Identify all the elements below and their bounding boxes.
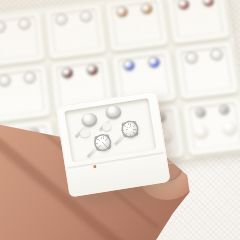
tray-box-r1c1 bbox=[0, 10, 45, 67]
silver-stud-earring bbox=[196, 108, 205, 117]
blue-stud-earring bbox=[124, 61, 135, 71]
tray-box-r2c4 bbox=[173, 41, 239, 99]
pearl-stud-earring bbox=[222, 121, 237, 135]
clear-stud-earring bbox=[25, 73, 36, 83]
tray-box-r1c3 bbox=[105, 0, 169, 52]
clear-stud-earring bbox=[186, 53, 197, 63]
pearl-stud-earring bbox=[193, 124, 208, 138]
clear-stud-earring bbox=[211, 50, 222, 60]
tray-box-r2c1 bbox=[0, 64, 51, 123]
garnet-stud-earring bbox=[87, 65, 98, 75]
tray-box-r3c4 bbox=[181, 96, 240, 156]
dirt-speck bbox=[93, 165, 96, 168]
clear-stud-earring bbox=[0, 76, 10, 86]
tray-box-r1c2 bbox=[44, 3, 107, 60]
clear-stud-earring bbox=[56, 15, 66, 25]
tray-box-r1c4 bbox=[166, 0, 231, 45]
photo-canvas bbox=[0, 0, 240, 240]
amber-stud-earring bbox=[142, 4, 153, 14]
silver-stud-earring bbox=[219, 105, 228, 114]
held-earring-box bbox=[55, 91, 170, 198]
amber-stud-earring bbox=[117, 7, 128, 17]
clear-stud-earring bbox=[0, 22, 5, 32]
ruby-stud-earring bbox=[178, 0, 189, 10]
blue-stud-earring bbox=[149, 57, 160, 67]
garnet-stud-earring bbox=[62, 68, 73, 78]
clear-stud-earring bbox=[20, 19, 30, 29]
ruby-stud-earring bbox=[203, 0, 214, 7]
clear-stud-earring bbox=[81, 11, 92, 21]
